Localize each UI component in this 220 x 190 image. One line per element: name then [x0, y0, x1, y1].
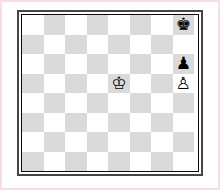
board-square-h2[interactable] — [173, 132, 195, 152]
board-square-g2[interactable] — [151, 132, 173, 152]
board-square-e7[interactable] — [108, 35, 130, 55]
board-square-b3[interactable] — [44, 113, 66, 133]
chess-diagram: ♚♟♔♙ — [17, 10, 203, 176]
board-square-f6[interactable] — [130, 54, 152, 74]
board-square-c7[interactable] — [65, 35, 87, 55]
piece-black-king: ♚ — [176, 16, 191, 33]
board-square-a3[interactable] — [22, 113, 44, 133]
board-square-b7[interactable] — [44, 35, 66, 55]
board-square-a6[interactable] — [22, 54, 44, 74]
board-square-g1[interactable] — [151, 152, 173, 172]
board-square-a7[interactable] — [22, 35, 44, 55]
chess-board: ♚♟♔♙ — [22, 15, 194, 171]
board-square-b8[interactable] — [44, 15, 66, 35]
board-square-f8[interactable] — [130, 15, 152, 35]
board-square-e3[interactable] — [108, 113, 130, 133]
board-square-f1[interactable] — [130, 152, 152, 172]
board-square-h6[interactable]: ♟ — [173, 54, 195, 74]
board-square-g7[interactable] — [151, 35, 173, 55]
board-square-b6[interactable] — [44, 54, 66, 74]
board-square-e1[interactable] — [108, 152, 130, 172]
board-square-d7[interactable] — [87, 35, 109, 55]
board-square-c8[interactable] — [65, 15, 87, 35]
board-square-a2[interactable] — [22, 132, 44, 152]
board-square-b2[interactable] — [44, 132, 66, 152]
board-square-c6[interactable] — [65, 54, 87, 74]
board-square-c5[interactable] — [65, 74, 87, 94]
board-square-e5[interactable]: ♔ — [108, 74, 130, 94]
board-square-h8[interactable]: ♚ — [173, 15, 195, 35]
board-square-g8[interactable] — [151, 15, 173, 35]
board-square-h3[interactable] — [173, 113, 195, 133]
board-square-b5[interactable] — [44, 74, 66, 94]
piece-white-king: ♔ — [111, 74, 126, 91]
board-square-g4[interactable] — [151, 93, 173, 113]
board-square-b1[interactable] — [44, 152, 66, 172]
board-square-a1[interactable] — [22, 152, 44, 172]
board-square-e4[interactable] — [108, 93, 130, 113]
board-square-d1[interactable] — [87, 152, 109, 172]
board-square-f3[interactable] — [130, 113, 152, 133]
board-square-d3[interactable] — [87, 113, 109, 133]
piece-black-pawn: ♟ — [176, 55, 191, 72]
board-square-c2[interactable] — [65, 132, 87, 152]
board-square-a8[interactable] — [22, 15, 44, 35]
board-square-c3[interactable] — [65, 113, 87, 133]
board-square-f7[interactable] — [130, 35, 152, 55]
board-square-d5[interactable] — [87, 74, 109, 94]
piece-white-pawn: ♙ — [176, 74, 191, 91]
board-square-e6[interactable] — [108, 54, 130, 74]
board-border: ♚♟♔♙ — [21, 14, 199, 172]
board-square-e8[interactable] — [108, 15, 130, 35]
board-square-e2[interactable] — [108, 132, 130, 152]
board-square-b4[interactable] — [44, 93, 66, 113]
board-square-f5[interactable] — [130, 74, 152, 94]
board-square-h4[interactable] — [173, 93, 195, 113]
board-square-f2[interactable] — [130, 132, 152, 152]
board-square-d4[interactable] — [87, 93, 109, 113]
board-square-h5[interactable]: ♙ — [173, 74, 195, 94]
board-square-c1[interactable] — [65, 152, 87, 172]
board-square-g5[interactable] — [151, 74, 173, 94]
board-square-g6[interactable] — [151, 54, 173, 74]
board-square-f4[interactable] — [130, 93, 152, 113]
board-square-h1[interactable] — [173, 152, 195, 172]
board-square-g3[interactable] — [151, 113, 173, 133]
board-square-d2[interactable] — [87, 132, 109, 152]
board-square-d8[interactable] — [87, 15, 109, 35]
board-square-c4[interactable] — [65, 93, 87, 113]
board-square-h7[interactable] — [173, 35, 195, 55]
board-square-a4[interactable] — [22, 93, 44, 113]
board-square-a5[interactable] — [22, 74, 44, 94]
board-square-d6[interactable] — [87, 54, 109, 74]
